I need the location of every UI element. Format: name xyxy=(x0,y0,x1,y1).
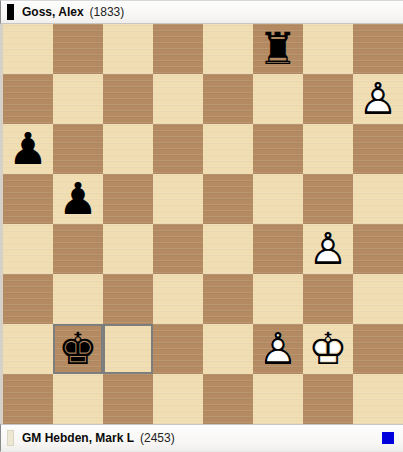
square-e5[interactable] xyxy=(203,174,253,224)
square-b8[interactable] xyxy=(53,24,103,74)
square-c2[interactable] xyxy=(103,324,153,374)
bottom-player-name: GM Hebden, Mark L xyxy=(22,431,134,445)
square-h8[interactable] xyxy=(353,24,403,74)
square-b7[interactable] xyxy=(53,74,103,124)
square-d4[interactable] xyxy=(153,224,203,274)
square-b6[interactable] xyxy=(53,124,103,174)
square-a8[interactable] xyxy=(3,24,53,74)
square-d6[interactable] xyxy=(153,124,203,174)
square-a1[interactable] xyxy=(3,374,53,424)
square-d5[interactable] xyxy=(153,174,203,224)
square-c1[interactable] xyxy=(103,374,153,424)
square-e3[interactable] xyxy=(203,274,253,324)
square-c7[interactable] xyxy=(103,74,153,124)
square-a6[interactable]: ♟ xyxy=(3,124,53,174)
square-c6[interactable] xyxy=(103,124,153,174)
square-f3[interactable] xyxy=(253,274,303,324)
piece-white-king: ♚♔ xyxy=(303,324,353,374)
square-g2[interactable]: ♚♔ xyxy=(303,324,353,374)
square-f1[interactable] xyxy=(253,374,303,424)
square-g3[interactable] xyxy=(303,274,353,324)
square-b2[interactable]: ♚ xyxy=(53,324,103,374)
bottom-player-bar: GM Hebden, Mark L (2453) xyxy=(0,424,403,452)
move-indicator xyxy=(382,432,394,444)
board-area: ♜♟♙♟♟♟♙♚♟♙♚♔ xyxy=(0,24,403,424)
square-a7[interactable] xyxy=(3,74,53,124)
square-h5[interactable] xyxy=(353,174,403,224)
square-c8[interactable] xyxy=(103,24,153,74)
square-c4[interactable] xyxy=(103,224,153,274)
white-side-chip-icon xyxy=(7,430,14,446)
square-b3[interactable] xyxy=(53,274,103,324)
square-a5[interactable] xyxy=(3,174,53,224)
square-f2[interactable]: ♟♙ xyxy=(253,324,303,374)
square-e7[interactable] xyxy=(203,74,253,124)
square-a3[interactable] xyxy=(3,274,53,324)
square-e4[interactable] xyxy=(203,224,253,274)
square-d1[interactable] xyxy=(153,374,203,424)
square-h3[interactable] xyxy=(353,274,403,324)
square-g5[interactable] xyxy=(303,174,353,224)
square-f8[interactable]: ♜ xyxy=(253,24,303,74)
piece-white-pawn: ♟♙ xyxy=(253,324,303,374)
square-d7[interactable] xyxy=(153,74,203,124)
square-d8[interactable] xyxy=(153,24,203,74)
square-f4[interactable] xyxy=(253,224,303,274)
square-b1[interactable] xyxy=(53,374,103,424)
top-player-bar: Goss, Alex (1833) xyxy=(0,0,403,24)
square-h2[interactable] xyxy=(353,324,403,374)
square-h7[interactable]: ♟♙ xyxy=(353,74,403,124)
square-g4[interactable]: ♟♙ xyxy=(303,224,353,274)
top-player-rating: (1833) xyxy=(90,5,125,19)
square-d2[interactable] xyxy=(153,324,203,374)
square-h6[interactable] xyxy=(353,124,403,174)
square-f7[interactable] xyxy=(253,74,303,124)
black-side-chip-icon xyxy=(7,4,14,20)
square-g7[interactable] xyxy=(303,74,353,124)
top-player-name: Goss, Alex xyxy=(22,5,84,19)
piece-black-rook: ♜ xyxy=(253,24,303,74)
square-c5[interactable] xyxy=(103,174,153,224)
square-e2[interactable] xyxy=(203,324,253,374)
square-g6[interactable] xyxy=(303,124,353,174)
square-g8[interactable] xyxy=(303,24,353,74)
square-e6[interactable] xyxy=(203,124,253,174)
square-h1[interactable] xyxy=(353,374,403,424)
piece-black-pawn: ♟ xyxy=(53,174,103,224)
chess-game-window: Goss, Alex (1833) ♜♟♙♟♟♟♙♚♟♙♚♔ GM Hebden… xyxy=(0,0,403,452)
square-f6[interactable] xyxy=(253,124,303,174)
square-g1[interactable] xyxy=(303,374,353,424)
bottom-player-rating: (2453) xyxy=(140,431,175,445)
square-d3[interactable] xyxy=(153,274,203,324)
piece-white-pawn: ♟♙ xyxy=(353,74,403,124)
square-e8[interactable] xyxy=(203,24,253,74)
square-a2[interactable] xyxy=(3,324,53,374)
square-b5[interactable]: ♟ xyxy=(53,174,103,224)
square-h4[interactable] xyxy=(353,224,403,274)
square-c3[interactable] xyxy=(103,274,153,324)
square-b4[interactable] xyxy=(53,224,103,274)
square-e1[interactable] xyxy=(203,374,253,424)
square-a4[interactable] xyxy=(3,224,53,274)
piece-black-king: ♚ xyxy=(53,324,103,374)
square-f5[interactable] xyxy=(253,174,303,224)
chess-board: ♜♟♙♟♟♟♙♚♟♙♚♔ xyxy=(3,24,403,424)
piece-black-pawn: ♟ xyxy=(3,124,53,174)
piece-white-pawn: ♟♙ xyxy=(303,224,353,274)
